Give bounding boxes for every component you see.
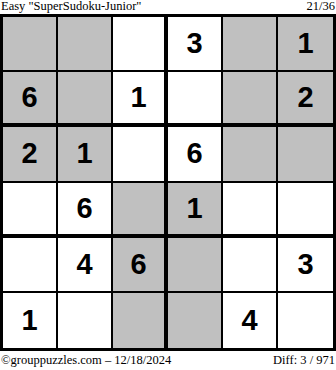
difficulty-text: Diff: 3 / 971 bbox=[273, 354, 335, 367]
cell-r2c6[interactable]: 2 bbox=[278, 72, 333, 127]
cell-r1c1[interactable] bbox=[3, 17, 58, 72]
cell-r3c4[interactable]: 6 bbox=[168, 127, 223, 182]
cell-r6c3[interactable] bbox=[113, 293, 168, 348]
cell-r3c6[interactable] bbox=[278, 127, 333, 182]
cell-r4c2[interactable]: 6 bbox=[58, 183, 113, 238]
puzzle-page: Easy "SuperSudoku-Junior" 21/36 31612216… bbox=[0, 0, 336, 370]
cell-r3c2[interactable]: 1 bbox=[58, 127, 113, 182]
cell-r2c3[interactable]: 1 bbox=[113, 72, 168, 127]
cell-r5c1[interactable] bbox=[3, 238, 58, 293]
cell-r6c5[interactable]: 4 bbox=[223, 293, 278, 348]
cell-r6c6[interactable] bbox=[278, 293, 333, 348]
cell-r1c4[interactable]: 3 bbox=[168, 17, 223, 72]
cell-r4c1[interactable] bbox=[3, 183, 58, 238]
cell-r5c4[interactable] bbox=[168, 238, 223, 293]
sudoku-board: 316122166146314 bbox=[0, 14, 336, 351]
cell-r6c2[interactable] bbox=[58, 293, 113, 348]
cell-r6c4[interactable] bbox=[168, 293, 223, 348]
cell-r3c1[interactable]: 2 bbox=[3, 127, 58, 182]
cell-r1c3[interactable] bbox=[113, 17, 168, 72]
cell-r5c5[interactable] bbox=[223, 238, 278, 293]
cell-r2c1[interactable]: 6 bbox=[3, 72, 58, 127]
cell-r1c5[interactable] bbox=[223, 17, 278, 72]
cell-r5c2[interactable]: 4 bbox=[58, 238, 113, 293]
cell-r3c3[interactable] bbox=[113, 127, 168, 182]
cell-r2c4[interactable] bbox=[168, 72, 223, 127]
cell-r5c6[interactable]: 3 bbox=[278, 238, 333, 293]
cell-r1c2[interactable] bbox=[58, 17, 113, 72]
puzzle-footer: ©grouppuzzles.com – 12/18/2024 Diff: 3 /… bbox=[0, 351, 336, 370]
cell-r5c3[interactable]: 6 bbox=[113, 238, 168, 293]
cell-r1c6[interactable]: 1 bbox=[278, 17, 333, 72]
puzzle-header: Easy "SuperSudoku-Junior" 21/36 bbox=[0, 0, 336, 14]
cell-r6c1[interactable]: 1 bbox=[3, 293, 58, 348]
cell-r4c5[interactable] bbox=[223, 183, 278, 238]
cell-r3c5[interactable] bbox=[223, 127, 278, 182]
cell-r4c3[interactable] bbox=[113, 183, 168, 238]
copyright-text: ©grouppuzzles.com – 12/18/2024 bbox=[1, 354, 171, 367]
remaining-counter: 21/36 bbox=[307, 0, 335, 13]
cell-r4c4[interactable]: 1 bbox=[168, 183, 223, 238]
cell-r2c5[interactable] bbox=[223, 72, 278, 127]
puzzle-title: Easy "SuperSudoku-Junior" bbox=[1, 0, 141, 13]
cell-r2c2[interactable] bbox=[58, 72, 113, 127]
cell-r4c6[interactable] bbox=[278, 183, 333, 238]
